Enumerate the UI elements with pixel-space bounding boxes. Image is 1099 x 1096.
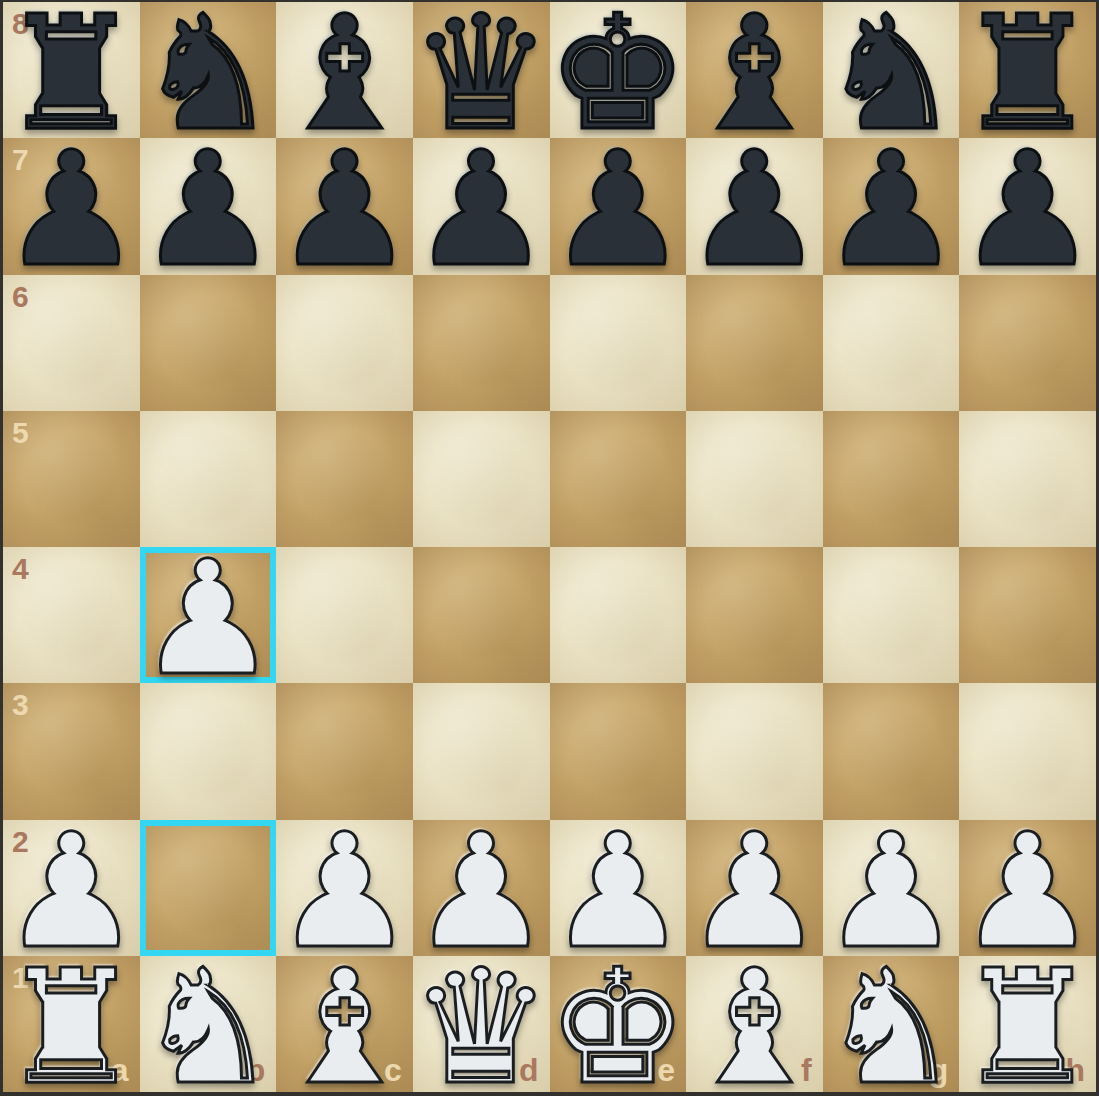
- piece-white-pawn-b4[interactable]: ♟: [140, 550, 277, 683]
- square-a6[interactable]: 6: [3, 275, 140, 411]
- square-g4[interactable]: [823, 547, 960, 683]
- piece-black-pawn-g7[interactable]: ♟: [823, 141, 960, 274]
- rank-label-3: 3: [12, 688, 29, 722]
- piece-black-rook-h8[interactable]: ♜: [959, 5, 1096, 138]
- square-f3[interactable]: [686, 683, 823, 819]
- square-d6[interactable]: [413, 275, 550, 411]
- square-g3[interactable]: [823, 683, 960, 819]
- square-d8[interactable]: ♛: [413, 2, 550, 138]
- square-e2[interactable]: ♟: [550, 820, 687, 956]
- piece-black-pawn-a7[interactable]: ♟: [3, 141, 140, 274]
- piece-black-pawn-d7[interactable]: ♟: [413, 141, 550, 274]
- piece-black-pawn-h7[interactable]: ♟: [959, 141, 1096, 274]
- square-c1[interactable]: c♝: [276, 956, 413, 1092]
- square-g5[interactable]: [823, 411, 960, 547]
- square-b2[interactable]: [140, 820, 277, 956]
- square-c8[interactable]: ♝: [276, 2, 413, 138]
- square-b6[interactable]: [140, 275, 277, 411]
- piece-white-pawn-f2[interactable]: ♟: [686, 823, 823, 956]
- square-a2[interactable]: 2♟: [3, 820, 140, 956]
- piece-white-pawn-e2[interactable]: ♟: [550, 823, 687, 956]
- square-f4[interactable]: [686, 547, 823, 683]
- square-h3[interactable]: [959, 683, 1096, 819]
- square-e7[interactable]: ♟: [550, 138, 687, 274]
- square-b1[interactable]: b♞: [140, 956, 277, 1092]
- piece-white-rook-h1[interactable]: ♜: [959, 959, 1096, 1092]
- piece-white-pawn-c2[interactable]: ♟: [276, 823, 413, 956]
- square-d4[interactable]: [413, 547, 550, 683]
- square-a5[interactable]: 5: [3, 411, 140, 547]
- square-g6[interactable]: [823, 275, 960, 411]
- piece-white-rook-a1[interactable]: ♜: [3, 959, 140, 1092]
- piece-black-pawn-f7[interactable]: ♟: [686, 141, 823, 274]
- square-d1[interactable]: d♛: [413, 956, 550, 1092]
- square-f7[interactable]: ♟: [686, 138, 823, 274]
- square-e4[interactable]: [550, 547, 687, 683]
- piece-white-knight-b1[interactable]: ♞: [140, 959, 277, 1092]
- square-g8[interactable]: ♞: [823, 2, 960, 138]
- square-d5[interactable]: [413, 411, 550, 547]
- square-e3[interactable]: [550, 683, 687, 819]
- square-h2[interactable]: ♟: [959, 820, 1096, 956]
- square-c5[interactable]: [276, 411, 413, 547]
- square-a4[interactable]: 4: [3, 547, 140, 683]
- square-h8[interactable]: ♜: [959, 2, 1096, 138]
- square-c2[interactable]: ♟: [276, 820, 413, 956]
- square-e6[interactable]: [550, 275, 687, 411]
- piece-black-knight-g8[interactable]: ♞: [823, 5, 960, 138]
- square-h7[interactable]: ♟: [959, 138, 1096, 274]
- square-f6[interactable]: [686, 275, 823, 411]
- rank-label-5: 5: [12, 416, 29, 450]
- square-f8[interactable]: ♝: [686, 2, 823, 138]
- square-b3[interactable]: [140, 683, 277, 819]
- square-b4[interactable]: ♟: [140, 547, 277, 683]
- square-d3[interactable]: [413, 683, 550, 819]
- square-e1[interactable]: e♚: [550, 956, 687, 1092]
- piece-black-knight-b8[interactable]: ♞: [140, 5, 277, 138]
- piece-black-bishop-f8[interactable]: ♝: [686, 5, 823, 138]
- square-c6[interactable]: [276, 275, 413, 411]
- square-b5[interactable]: [140, 411, 277, 547]
- piece-white-king-e1[interactable]: ♚: [550, 959, 687, 1092]
- square-h5[interactable]: [959, 411, 1096, 547]
- piece-black-pawn-c7[interactable]: ♟: [276, 141, 413, 274]
- chess-app: 8♜♞♝♛♚♝♞♜7♟♟♟♟♟♟♟♟654♟32♟♟♟♟♟♟♟1a♜b♞c♝d♛…: [0, 0, 1099, 1096]
- piece-black-rook-a8[interactable]: ♜: [3, 5, 140, 138]
- piece-black-pawn-b7[interactable]: ♟: [140, 141, 277, 274]
- piece-white-bishop-c1[interactable]: ♝: [276, 959, 413, 1092]
- rank-label-6: 6: [12, 280, 29, 314]
- piece-white-pawn-d2[interactable]: ♟: [413, 823, 550, 956]
- square-g2[interactable]: ♟: [823, 820, 960, 956]
- piece-black-pawn-e7[interactable]: ♟: [550, 141, 687, 274]
- square-f5[interactable]: [686, 411, 823, 547]
- piece-white-pawn-g2[interactable]: ♟: [823, 823, 960, 956]
- piece-black-bishop-c8[interactable]: ♝: [276, 5, 413, 138]
- square-h1[interactable]: h♜: [959, 956, 1096, 1092]
- square-c7[interactable]: ♟: [276, 138, 413, 274]
- rank-label-4: 4: [12, 552, 29, 586]
- square-g7[interactable]: ♟: [823, 138, 960, 274]
- square-h6[interactable]: [959, 275, 1096, 411]
- square-e5[interactable]: [550, 411, 687, 547]
- square-g1[interactable]: g♞: [823, 956, 960, 1092]
- piece-black-queen-d8[interactable]: ♛: [413, 5, 550, 138]
- square-a8[interactable]: 8♜: [3, 2, 140, 138]
- piece-white-pawn-h2[interactable]: ♟: [959, 823, 1096, 956]
- square-b8[interactable]: ♞: [140, 2, 277, 138]
- square-a7[interactable]: 7♟: [3, 138, 140, 274]
- square-d2[interactable]: ♟: [413, 820, 550, 956]
- square-f1[interactable]: f♝: [686, 956, 823, 1092]
- square-a3[interactable]: 3: [3, 683, 140, 819]
- square-d7[interactable]: ♟: [413, 138, 550, 274]
- square-b7[interactable]: ♟: [140, 138, 277, 274]
- square-a1[interactable]: 1a♜: [3, 956, 140, 1092]
- piece-white-pawn-a2[interactable]: ♟: [3, 823, 140, 956]
- square-e8[interactable]: ♚: [550, 2, 687, 138]
- piece-black-king-e8[interactable]: ♚: [550, 5, 687, 138]
- piece-white-knight-g1[interactable]: ♞: [823, 959, 960, 1092]
- piece-white-queen-d1[interactable]: ♛: [413, 959, 550, 1092]
- square-f2[interactable]: ♟: [686, 820, 823, 956]
- square-c4[interactable]: [276, 547, 413, 683]
- chess-board: 8♜♞♝♛♚♝♞♜7♟♟♟♟♟♟♟♟654♟32♟♟♟♟♟♟♟1a♜b♞c♝d♛…: [3, 2, 1096, 1092]
- piece-white-bishop-f1[interactable]: ♝: [686, 959, 823, 1092]
- square-h4[interactable]: [959, 547, 1096, 683]
- square-c3[interactable]: [276, 683, 413, 819]
